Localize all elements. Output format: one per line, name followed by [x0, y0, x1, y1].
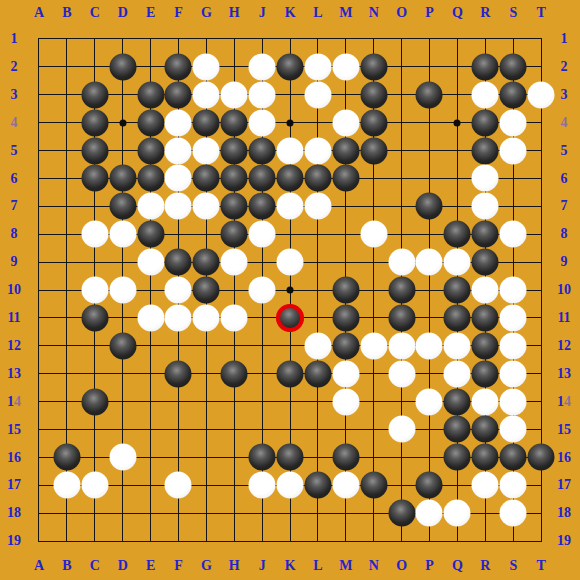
intersection-C5[interactable]: [81, 137, 109, 165]
intersection-J16[interactable]: [248, 443, 276, 471]
intersection-S15[interactable]: [499, 416, 527, 444]
intersection-E2[interactable]: [137, 53, 165, 81]
intersection-O9[interactable]: [388, 248, 416, 276]
intersection-H6[interactable]: [220, 165, 248, 193]
intersection-O1[interactable]: [388, 25, 416, 53]
intersection-K18[interactable]: [276, 499, 304, 527]
intersection-C7[interactable]: [81, 192, 109, 220]
intersection-L15[interactable]: [304, 416, 332, 444]
intersection-B7[interactable]: [53, 192, 81, 220]
intersection-A2[interactable]: [25, 53, 53, 81]
intersection-B16[interactable]: [53, 443, 81, 471]
intersection-H14[interactable]: [220, 388, 248, 416]
intersection-E18[interactable]: [137, 499, 165, 527]
intersection-N11[interactable]: [360, 304, 388, 332]
intersection-C6[interactable]: [81, 165, 109, 193]
intersection-T7[interactable]: [527, 192, 555, 220]
intersection-B1[interactable]: [53, 25, 81, 53]
intersection-S3[interactable]: [499, 81, 527, 109]
intersection-J7[interactable]: [248, 192, 276, 220]
intersection-E7[interactable]: [137, 192, 165, 220]
intersection-D7[interactable]: [109, 192, 137, 220]
intersection-A14[interactable]: [25, 388, 53, 416]
intersection-A4[interactable]: [25, 109, 53, 137]
intersection-M18[interactable]: [332, 499, 360, 527]
intersection-S1[interactable]: [499, 25, 527, 53]
intersection-B11[interactable]: [53, 304, 81, 332]
intersection-C16[interactable]: [81, 443, 109, 471]
intersection-H18[interactable]: [220, 499, 248, 527]
intersection-P16[interactable]: [416, 443, 444, 471]
intersection-S17[interactable]: [499, 471, 527, 499]
intersection-M9[interactable]: [332, 248, 360, 276]
intersection-Q16[interactable]: [443, 443, 471, 471]
intersection-R9[interactable]: [471, 248, 499, 276]
intersection-J6[interactable]: [248, 165, 276, 193]
intersection-O6[interactable]: [388, 165, 416, 193]
intersection-E11[interactable]: [137, 304, 165, 332]
intersection-K13[interactable]: [276, 360, 304, 388]
intersection-F1[interactable]: [165, 25, 193, 53]
intersection-O7[interactable]: [388, 192, 416, 220]
intersection-P4[interactable]: [416, 109, 444, 137]
intersection-M5[interactable]: [332, 137, 360, 165]
intersection-C12[interactable]: [81, 332, 109, 360]
intersection-T19[interactable]: [527, 527, 555, 555]
intersection-J13[interactable]: [248, 360, 276, 388]
intersection-H8[interactable]: [220, 220, 248, 248]
intersection-D3[interactable]: [109, 81, 137, 109]
intersection-G15[interactable]: [192, 416, 220, 444]
intersection-B5[interactable]: [53, 137, 81, 165]
intersection-M8[interactable]: [332, 220, 360, 248]
intersection-F17[interactable]: [165, 471, 193, 499]
intersection-S19[interactable]: [499, 527, 527, 555]
intersection-C18[interactable]: [81, 499, 109, 527]
intersection-P7[interactable]: [416, 192, 444, 220]
intersection-G8[interactable]: [192, 220, 220, 248]
intersection-R1[interactable]: [471, 25, 499, 53]
intersection-D4[interactable]: [109, 109, 137, 137]
intersection-F2[interactable]: [165, 53, 193, 81]
intersection-R14[interactable]: [471, 388, 499, 416]
intersection-C3[interactable]: [81, 81, 109, 109]
intersection-J9[interactable]: [248, 248, 276, 276]
intersection-D6[interactable]: [109, 165, 137, 193]
intersection-M10[interactable]: [332, 276, 360, 304]
intersection-K8[interactable]: [276, 220, 304, 248]
intersection-N12[interactable]: [360, 332, 388, 360]
intersection-Q14[interactable]: [443, 388, 471, 416]
intersection-S6[interactable]: [499, 165, 527, 193]
intersection-P9[interactable]: [416, 248, 444, 276]
intersection-O17[interactable]: [388, 471, 416, 499]
intersection-P18[interactable]: [416, 499, 444, 527]
intersection-M11[interactable]: [332, 304, 360, 332]
intersection-S8[interactable]: [499, 220, 527, 248]
intersection-N4[interactable]: [360, 109, 388, 137]
intersection-G13[interactable]: [192, 360, 220, 388]
intersection-G17[interactable]: [192, 471, 220, 499]
intersection-P3[interactable]: [416, 81, 444, 109]
intersection-K11[interactable]: [276, 304, 304, 332]
intersection-D17[interactable]: [109, 471, 137, 499]
intersection-H5[interactable]: [220, 137, 248, 165]
intersection-G6[interactable]: [192, 165, 220, 193]
intersection-P10[interactable]: [416, 276, 444, 304]
intersection-M14[interactable]: [332, 388, 360, 416]
intersection-Q8[interactable]: [443, 220, 471, 248]
intersection-L17[interactable]: [304, 471, 332, 499]
intersection-L10[interactable]: [304, 276, 332, 304]
intersection-D15[interactable]: [109, 416, 137, 444]
intersection-N19[interactable]: [360, 527, 388, 555]
intersection-Q10[interactable]: [443, 276, 471, 304]
intersection-H17[interactable]: [220, 471, 248, 499]
intersection-S18[interactable]: [499, 499, 527, 527]
intersection-K7[interactable]: [276, 192, 304, 220]
intersection-Q6[interactable]: [443, 165, 471, 193]
intersection-C19[interactable]: [81, 527, 109, 555]
intersection-M19[interactable]: [332, 527, 360, 555]
intersection-E6[interactable]: [137, 165, 165, 193]
intersection-A8[interactable]: [25, 220, 53, 248]
intersection-D10[interactable]: [109, 276, 137, 304]
intersection-F5[interactable]: [165, 137, 193, 165]
intersection-Q5[interactable]: [443, 137, 471, 165]
intersection-R5[interactable]: [471, 137, 499, 165]
intersection-Q13[interactable]: [443, 360, 471, 388]
intersection-N8[interactable]: [360, 220, 388, 248]
intersection-B15[interactable]: [53, 416, 81, 444]
intersection-J8[interactable]: [248, 220, 276, 248]
intersection-D13[interactable]: [109, 360, 137, 388]
intersection-B14[interactable]: [53, 388, 81, 416]
intersection-C1[interactable]: [81, 25, 109, 53]
intersection-B13[interactable]: [53, 360, 81, 388]
intersection-O2[interactable]: [388, 53, 416, 81]
intersection-F9[interactable]: [165, 248, 193, 276]
intersection-T4[interactable]: [527, 109, 555, 137]
intersection-S2[interactable]: [499, 53, 527, 81]
intersection-B2[interactable]: [53, 53, 81, 81]
intersection-M4[interactable]: [332, 109, 360, 137]
intersection-E12[interactable]: [137, 332, 165, 360]
intersection-O18[interactable]: [388, 499, 416, 527]
intersection-M1[interactable]: [332, 25, 360, 53]
intersection-R11[interactable]: [471, 304, 499, 332]
intersection-T12[interactable]: [527, 332, 555, 360]
intersection-O10[interactable]: [388, 276, 416, 304]
intersection-J10[interactable]: [248, 276, 276, 304]
intersection-P14[interactable]: [416, 388, 444, 416]
intersection-E9[interactable]: [137, 248, 165, 276]
intersection-O3[interactable]: [388, 81, 416, 109]
intersection-F11[interactable]: [165, 304, 193, 332]
intersection-H1[interactable]: [220, 25, 248, 53]
intersection-G4[interactable]: [192, 109, 220, 137]
intersection-T15[interactable]: [527, 416, 555, 444]
intersection-T13[interactable]: [527, 360, 555, 388]
intersection-J17[interactable]: [248, 471, 276, 499]
intersection-H3[interactable]: [220, 81, 248, 109]
intersection-H10[interactable]: [220, 276, 248, 304]
intersection-B3[interactable]: [53, 81, 81, 109]
intersection-M15[interactable]: [332, 416, 360, 444]
intersection-J3[interactable]: [248, 81, 276, 109]
intersection-L3[interactable]: [304, 81, 332, 109]
intersection-A9[interactable]: [25, 248, 53, 276]
intersection-N18[interactable]: [360, 499, 388, 527]
intersection-D19[interactable]: [109, 527, 137, 555]
intersection-E14[interactable]: [137, 388, 165, 416]
intersection-B18[interactable]: [53, 499, 81, 527]
intersection-F15[interactable]: [165, 416, 193, 444]
intersection-E8[interactable]: [137, 220, 165, 248]
intersection-O4[interactable]: [388, 109, 416, 137]
intersection-N17[interactable]: [360, 471, 388, 499]
intersection-G10[interactable]: [192, 276, 220, 304]
intersection-R10[interactable]: [471, 276, 499, 304]
intersection-B4[interactable]: [53, 109, 81, 137]
intersection-L4[interactable]: [304, 109, 332, 137]
intersection-R12[interactable]: [471, 332, 499, 360]
intersection-H11[interactable]: [220, 304, 248, 332]
intersection-M6[interactable]: [332, 165, 360, 193]
intersection-L13[interactable]: [304, 360, 332, 388]
intersection-G2[interactable]: [192, 53, 220, 81]
intersection-B19[interactable]: [53, 527, 81, 555]
intersection-G3[interactable]: [192, 81, 220, 109]
intersection-G19[interactable]: [192, 527, 220, 555]
intersection-A19[interactable]: [25, 527, 53, 555]
intersection-D18[interactable]: [109, 499, 137, 527]
intersection-K14[interactable]: [276, 388, 304, 416]
intersection-A6[interactable]: [25, 165, 53, 193]
intersection-J1[interactable]: [248, 25, 276, 53]
intersection-T17[interactable]: [527, 471, 555, 499]
intersection-K6[interactable]: [276, 165, 304, 193]
intersection-Q18[interactable]: [443, 499, 471, 527]
intersection-K9[interactable]: [276, 248, 304, 276]
intersection-N1[interactable]: [360, 25, 388, 53]
intersection-N5[interactable]: [360, 137, 388, 165]
intersection-J2[interactable]: [248, 53, 276, 81]
intersection-F10[interactable]: [165, 276, 193, 304]
intersection-Q4[interactable]: [443, 109, 471, 137]
intersection-G1[interactable]: [192, 25, 220, 53]
intersection-P11[interactable]: [416, 304, 444, 332]
intersection-Q15[interactable]: [443, 416, 471, 444]
intersection-K2[interactable]: [276, 53, 304, 81]
intersection-L12[interactable]: [304, 332, 332, 360]
intersection-N2[interactable]: [360, 53, 388, 81]
intersection-R17[interactable]: [471, 471, 499, 499]
intersection-T18[interactable]: [527, 499, 555, 527]
intersection-M17[interactable]: [332, 471, 360, 499]
intersection-J18[interactable]: [248, 499, 276, 527]
intersection-E3[interactable]: [137, 81, 165, 109]
intersection-C8[interactable]: [81, 220, 109, 248]
intersection-R19[interactable]: [471, 527, 499, 555]
intersection-T10[interactable]: [527, 276, 555, 304]
intersection-Q11[interactable]: [443, 304, 471, 332]
intersection-E5[interactable]: [137, 137, 165, 165]
intersection-Q19[interactable]: [443, 527, 471, 555]
intersection-O15[interactable]: [388, 416, 416, 444]
intersection-N9[interactable]: [360, 248, 388, 276]
intersection-C11[interactable]: [81, 304, 109, 332]
intersection-C4[interactable]: [81, 109, 109, 137]
intersection-M16[interactable]: [332, 443, 360, 471]
intersection-S5[interactable]: [499, 137, 527, 165]
intersection-J11[interactable]: [248, 304, 276, 332]
intersection-A11[interactable]: [25, 304, 53, 332]
intersection-E17[interactable]: [137, 471, 165, 499]
intersection-P15[interactable]: [416, 416, 444, 444]
intersection-Q9[interactable]: [443, 248, 471, 276]
intersection-G7[interactable]: [192, 192, 220, 220]
intersection-R4[interactable]: [471, 109, 499, 137]
intersection-C2[interactable]: [81, 53, 109, 81]
intersection-N3[interactable]: [360, 81, 388, 109]
intersection-M13[interactable]: [332, 360, 360, 388]
intersection-A13[interactable]: [25, 360, 53, 388]
intersection-K15[interactable]: [276, 416, 304, 444]
intersection-R13[interactable]: [471, 360, 499, 388]
intersection-P13[interactable]: [416, 360, 444, 388]
intersection-T9[interactable]: [527, 248, 555, 276]
intersection-E13[interactable]: [137, 360, 165, 388]
intersection-O19[interactable]: [388, 527, 416, 555]
intersection-D14[interactable]: [109, 388, 137, 416]
intersection-N7[interactable]: [360, 192, 388, 220]
intersection-T11[interactable]: [527, 304, 555, 332]
intersection-J5[interactable]: [248, 137, 276, 165]
intersection-A15[interactable]: [25, 416, 53, 444]
intersection-S13[interactable]: [499, 360, 527, 388]
intersection-K12[interactable]: [276, 332, 304, 360]
intersection-J19[interactable]: [248, 527, 276, 555]
intersection-J12[interactable]: [248, 332, 276, 360]
intersection-F7[interactable]: [165, 192, 193, 220]
intersection-T1[interactable]: [527, 25, 555, 53]
intersection-B9[interactable]: [53, 248, 81, 276]
intersection-L1[interactable]: [304, 25, 332, 53]
intersection-F4[interactable]: [165, 109, 193, 137]
intersection-Q7[interactable]: [443, 192, 471, 220]
intersection-T2[interactable]: [527, 53, 555, 81]
intersection-D12[interactable]: [109, 332, 137, 360]
intersection-A7[interactable]: [25, 192, 53, 220]
intersection-K16[interactable]: [276, 443, 304, 471]
intersection-L9[interactable]: [304, 248, 332, 276]
intersection-L7[interactable]: [304, 192, 332, 220]
intersection-A3[interactable]: [25, 81, 53, 109]
intersection-C17[interactable]: [81, 471, 109, 499]
intersection-C10[interactable]: [81, 276, 109, 304]
intersection-T3[interactable]: [527, 81, 555, 109]
intersection-F6[interactable]: [165, 165, 193, 193]
intersection-H15[interactable]: [220, 416, 248, 444]
intersection-P5[interactable]: [416, 137, 444, 165]
intersection-G11[interactable]: [192, 304, 220, 332]
intersection-L6[interactable]: [304, 165, 332, 193]
intersection-F13[interactable]: [165, 360, 193, 388]
intersection-D16[interactable]: [109, 443, 137, 471]
intersection-A1[interactable]: [25, 25, 53, 53]
intersection-O13[interactable]: [388, 360, 416, 388]
intersection-H12[interactable]: [220, 332, 248, 360]
intersection-L19[interactable]: [304, 527, 332, 555]
intersection-E15[interactable]: [137, 416, 165, 444]
intersection-F19[interactable]: [165, 527, 193, 555]
intersection-N16[interactable]: [360, 443, 388, 471]
intersection-A17[interactable]: [25, 471, 53, 499]
intersection-R3[interactable]: [471, 81, 499, 109]
intersection-Q3[interactable]: [443, 81, 471, 109]
intersection-D11[interactable]: [109, 304, 137, 332]
intersection-O5[interactable]: [388, 137, 416, 165]
intersection-C15[interactable]: [81, 416, 109, 444]
intersection-G12[interactable]: [192, 332, 220, 360]
intersection-N15[interactable]: [360, 416, 388, 444]
intersection-P12[interactable]: [416, 332, 444, 360]
intersection-B17[interactable]: [53, 471, 81, 499]
intersection-L8[interactable]: [304, 220, 332, 248]
intersection-N6[interactable]: [360, 165, 388, 193]
intersection-G16[interactable]: [192, 443, 220, 471]
intersection-T6[interactable]: [527, 165, 555, 193]
intersection-O12[interactable]: [388, 332, 416, 360]
intersection-S4[interactable]: [499, 109, 527, 137]
intersection-H19[interactable]: [220, 527, 248, 555]
intersection-S9[interactable]: [499, 248, 527, 276]
intersection-S16[interactable]: [499, 443, 527, 471]
intersection-E10[interactable]: [137, 276, 165, 304]
intersection-M3[interactable]: [332, 81, 360, 109]
intersection-E19[interactable]: [137, 527, 165, 555]
intersection-N10[interactable]: [360, 276, 388, 304]
intersection-K17[interactable]: [276, 471, 304, 499]
intersection-A5[interactable]: [25, 137, 53, 165]
intersection-Q17[interactable]: [443, 471, 471, 499]
intersection-D8[interactable]: [109, 220, 137, 248]
intersection-R8[interactable]: [471, 220, 499, 248]
intersection-J15[interactable]: [248, 416, 276, 444]
intersection-B10[interactable]: [53, 276, 81, 304]
intersection-L18[interactable]: [304, 499, 332, 527]
intersection-F16[interactable]: [165, 443, 193, 471]
intersection-L16[interactable]: [304, 443, 332, 471]
intersection-F12[interactable]: [165, 332, 193, 360]
intersection-P1[interactable]: [416, 25, 444, 53]
intersection-A10[interactable]: [25, 276, 53, 304]
intersection-M2[interactable]: [332, 53, 360, 81]
intersection-P8[interactable]: [416, 220, 444, 248]
intersection-H16[interactable]: [220, 443, 248, 471]
intersection-K3[interactable]: [276, 81, 304, 109]
intersection-G18[interactable]: [192, 499, 220, 527]
intersection-S14[interactable]: [499, 388, 527, 416]
intersection-R6[interactable]: [471, 165, 499, 193]
intersection-G14[interactable]: [192, 388, 220, 416]
intersection-K5[interactable]: [276, 137, 304, 165]
intersection-B6[interactable]: [53, 165, 81, 193]
intersection-T5[interactable]: [527, 137, 555, 165]
intersection-Q2[interactable]: [443, 53, 471, 81]
intersection-D9[interactable]: [109, 248, 137, 276]
